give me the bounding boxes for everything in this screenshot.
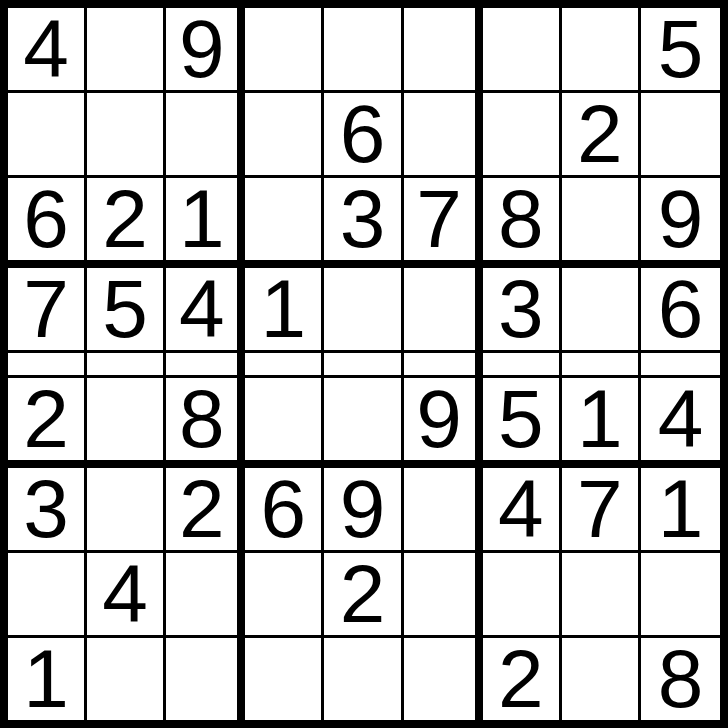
- cell-r4c8[interactable]: [562, 268, 641, 353]
- cell-r7c2[interactable]: [87, 468, 166, 553]
- cell-r7c9: 1: [641, 468, 720, 553]
- cell-r6c6: 9: [404, 378, 483, 468]
- sudoku-board: 495626213789754136289514326947142128: [0, 0, 728, 728]
- cell-r2c4[interactable]: [245, 93, 324, 178]
- cell-r3c9: 9: [641, 178, 720, 268]
- cell-r5c5[interactable]: [324, 353, 403, 378]
- cell-r3c2: 2: [87, 178, 166, 268]
- cell-r1c5[interactable]: [324, 8, 403, 93]
- cell-r3c4[interactable]: [245, 178, 324, 268]
- cell-r3c6: 7: [404, 178, 483, 268]
- cell-r8c3[interactable]: [166, 553, 245, 638]
- cell-r7c7: 4: [483, 468, 562, 553]
- cell-r2c5: 6: [324, 93, 403, 178]
- cell-r8c7[interactable]: [483, 553, 562, 638]
- cell-r1c6[interactable]: [404, 8, 483, 93]
- cell-r4c6[interactable]: [404, 268, 483, 353]
- cell-r8c8[interactable]: [562, 553, 641, 638]
- cell-r3c3: 1: [166, 178, 245, 268]
- cell-r2c8: 2: [562, 93, 641, 178]
- cell-r9c3[interactable]: [166, 638, 245, 720]
- cell-r1c4[interactable]: [245, 8, 324, 93]
- cell-r9c8[interactable]: [562, 638, 641, 720]
- cell-r3c1: 6: [8, 178, 87, 268]
- cell-r1c2[interactable]: [87, 8, 166, 93]
- cell-r1c7[interactable]: [483, 8, 562, 93]
- cell-r3c8[interactable]: [562, 178, 641, 268]
- cell-r7c8: 7: [562, 468, 641, 553]
- cell-r5c2[interactable]: [87, 353, 166, 378]
- cell-r7c4: 6: [245, 468, 324, 553]
- cell-r8c2: 4: [87, 553, 166, 638]
- cell-r7c1: 3: [8, 468, 87, 553]
- cell-r1c3: 9: [166, 8, 245, 93]
- cell-r6c4[interactable]: [245, 378, 324, 468]
- cell-r9c2[interactable]: [87, 638, 166, 720]
- cell-r8c6[interactable]: [404, 553, 483, 638]
- cell-r1c9: 5: [641, 8, 720, 93]
- cell-r8c5: 2: [324, 553, 403, 638]
- cell-r2c6[interactable]: [404, 93, 483, 178]
- cell-r7c6[interactable]: [404, 468, 483, 553]
- cell-r4c9: 6: [641, 268, 720, 353]
- cell-r9c6[interactable]: [404, 638, 483, 720]
- cell-r6c9: 4: [641, 378, 720, 468]
- cell-r2c2[interactable]: [87, 93, 166, 178]
- cell-r9c7: 2: [483, 638, 562, 720]
- cell-r1c8[interactable]: [562, 8, 641, 93]
- cell-r8c1[interactable]: [8, 553, 87, 638]
- cell-r6c7: 5: [483, 378, 562, 468]
- cell-r2c9[interactable]: [641, 93, 720, 178]
- cell-r2c7[interactable]: [483, 93, 562, 178]
- cell-r2c3[interactable]: [166, 93, 245, 178]
- cell-r4c2: 5: [87, 268, 166, 353]
- cell-r6c3: 8: [166, 378, 245, 468]
- cell-r4c7: 3: [483, 268, 562, 353]
- cell-r4c4: 1: [245, 268, 324, 353]
- sudoku-page: 495626213789754136289514326947142128: [0, 0, 728, 728]
- cell-r7c3: 2: [166, 468, 245, 553]
- cell-r6c2[interactable]: [87, 378, 166, 468]
- cell-r8c4[interactable]: [245, 553, 324, 638]
- cell-r7c5: 9: [324, 468, 403, 553]
- cell-r9c1: 1: [8, 638, 87, 720]
- cell-r5c4[interactable]: [245, 353, 324, 378]
- cell-r9c5[interactable]: [324, 638, 403, 720]
- cell-r3c5: 3: [324, 178, 403, 268]
- cell-r4c3: 4: [166, 268, 245, 353]
- cell-r3c7: 8: [483, 178, 562, 268]
- cell-r9c9: 8: [641, 638, 720, 720]
- cell-r6c1: 2: [8, 378, 87, 468]
- cell-r2c1[interactable]: [8, 93, 87, 178]
- cell-r6c5[interactable]: [324, 378, 403, 468]
- cell-r8c9[interactable]: [641, 553, 720, 638]
- cell-r4c5[interactable]: [324, 268, 403, 353]
- cell-r9c4[interactable]: [245, 638, 324, 720]
- cell-r1c1: 4: [8, 8, 87, 93]
- cell-r6c8: 1: [562, 378, 641, 468]
- cell-r4c1: 7: [8, 268, 87, 353]
